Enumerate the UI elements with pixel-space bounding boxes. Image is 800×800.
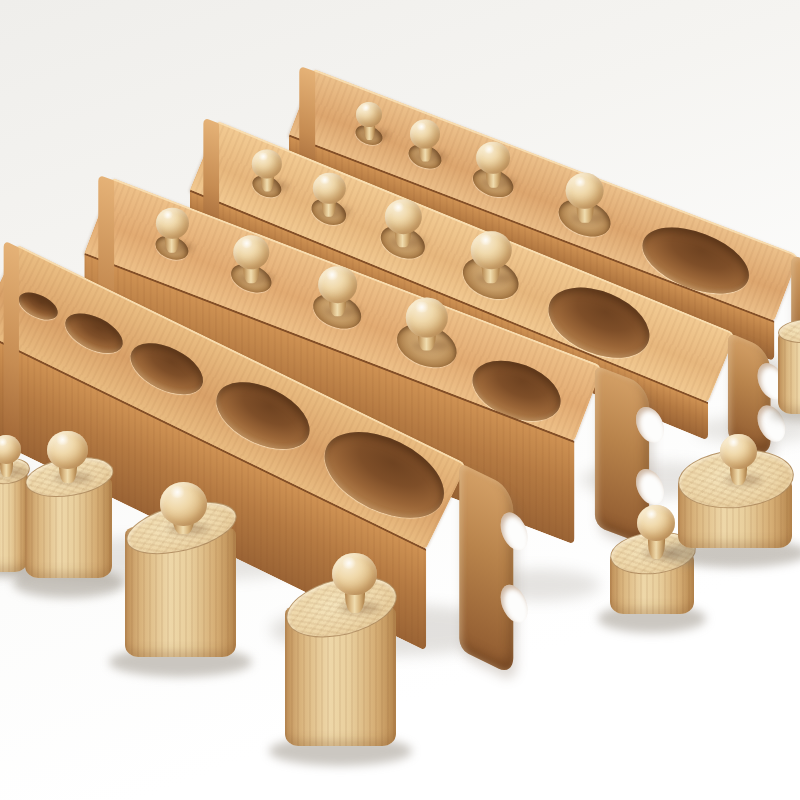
knob-highlight — [361, 105, 370, 112]
knob-highlight — [416, 122, 427, 130]
knob-ball — [384, 199, 421, 234]
block-front-right-end — [459, 462, 513, 675]
knob-highlight — [727, 437, 740, 447]
photo-stage — [0, 0, 800, 800]
knob-highlight — [341, 557, 357, 569]
knob-ball — [356, 102, 382, 127]
knob-ball — [476, 142, 510, 174]
knob-ball — [318, 266, 357, 303]
knob-ball — [155, 207, 188, 238]
knob-highlight — [319, 175, 331, 184]
knob-ball — [637, 505, 675, 541]
knob-highlight — [240, 239, 253, 249]
block-front-socket-3 — [123, 333, 212, 405]
knob-ball — [312, 172, 345, 203]
knob-ball — [252, 149, 282, 178]
knob-highlight — [414, 302, 429, 313]
knob-ball — [720, 434, 757, 469]
knob-ball — [160, 482, 207, 527]
knob-ball — [406, 298, 448, 338]
knob-highlight — [483, 145, 495, 154]
knob-highlight — [645, 509, 659, 519]
block-front-socket-2 — [59, 305, 129, 361]
knob-ball — [233, 235, 269, 269]
loose-cylinder-1-body — [0, 470, 28, 572]
knob-highlight — [162, 210, 174, 219]
block-front-left-end — [4, 240, 19, 445]
knob-ball — [332, 553, 377, 596]
knob-highlight — [325, 269, 339, 279]
knob-highlight — [573, 176, 587, 186]
knob-highlight — [258, 152, 269, 160]
knob-ball — [47, 431, 88, 470]
knob-ball — [566, 173, 604, 209]
knob-highlight — [0, 438, 8, 446]
knob-highlight — [169, 486, 186, 498]
knob-ball — [470, 231, 511, 270]
knob-highlight — [478, 235, 493, 246]
knob-highlight — [55, 434, 70, 445]
knob-highlight — [392, 202, 405, 212]
knob-ball — [410, 120, 440, 149]
block-front-socket-1 — [15, 287, 62, 325]
